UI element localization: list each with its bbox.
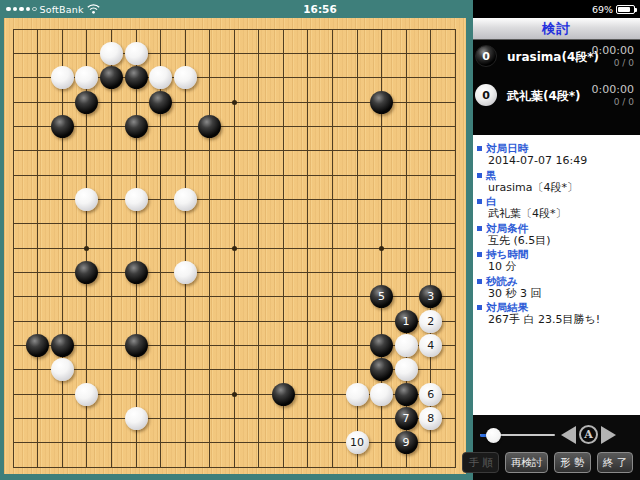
star-point (232, 246, 237, 251)
info-item: 対局日時2014-07-07 16:49 (473, 142, 640, 168)
white-stone (395, 334, 418, 357)
info-label: 対局結果 (473, 301, 640, 314)
white-stone (75, 66, 98, 89)
black-periods: 0 / 0 (592, 58, 634, 68)
white-stone (395, 358, 418, 381)
go-board[interactable]: 53124678109 (4, 18, 466, 474)
info-label: 黒 (473, 169, 640, 182)
move-slider[interactable] (480, 434, 555, 436)
white-stone-icon: 0 (475, 84, 497, 106)
review-panel: 検討 0 urasima(4段*) 0:00:00 0 / 0 0 武礼葉(4段… (473, 18, 640, 480)
exit-button[interactable]: 終 了 (597, 452, 633, 473)
black-stone-move-7: 7 (395, 407, 418, 430)
auto-play-button[interactable]: A (579, 425, 598, 444)
battery-percent-label: 69% (592, 4, 613, 15)
info-value: urasima〔4段*〕 (473, 182, 640, 195)
star-point (232, 100, 237, 105)
board-frame: 53124678109 (0, 18, 473, 480)
black-player-name: urasima(4段*) (507, 49, 599, 66)
black-stone (370, 91, 393, 114)
black-clock: 0:00:00 (592, 44, 634, 57)
black-stone (272, 383, 295, 406)
star-point (84, 246, 89, 251)
black-stone (26, 334, 49, 357)
info-value: 2014-07-07 16:49 (473, 155, 640, 168)
grid-line-h (13, 467, 456, 468)
white-stone (100, 42, 123, 65)
black-stone (198, 115, 221, 138)
white-player-name: 武礼葉(4段*) (507, 88, 581, 105)
info-label: 対局日時 (473, 142, 640, 155)
grid-line-h (13, 321, 456, 322)
white-stone-move-4: 4 (419, 334, 442, 357)
black-stone (370, 358, 393, 381)
battery-icon (616, 5, 635, 14)
black-stone (51, 115, 74, 138)
grid-line-h (13, 418, 456, 419)
black-stone-move-1: 1 (395, 310, 418, 333)
white-stone (346, 383, 369, 406)
grid-line-v (307, 29, 308, 468)
white-clock: 0:00:00 (592, 83, 634, 96)
black-stone-icon: 0 (475, 45, 497, 67)
black-stone (75, 91, 98, 114)
app-screen: SoftBank 16:56 69% 53124678109 検討 0 uras… (0, 0, 640, 480)
info-label: 持ち時間 (473, 248, 640, 261)
black-stone-move-9: 9 (395, 431, 418, 454)
grid-line-h (13, 442, 456, 443)
status-bar: SoftBank 16:56 69% (0, 0, 640, 18)
info-item: 秒読み30 秒 3 回 (473, 275, 640, 301)
panel-button-row: 手 順再検討形 勢終 了 (462, 452, 633, 473)
black-captures: 0 (482, 50, 490, 63)
players-section: 0 urasima(4段*) 0:00:00 0 / 0 0 武礼葉(4段*) … (473, 40, 640, 135)
position-estimate-button[interactable]: 形 勢 (554, 452, 590, 473)
white-stone (51, 358, 74, 381)
info-label: 対局条件 (473, 222, 640, 235)
grid-line-v (455, 29, 456, 468)
player-row-white: 0 武礼葉(4段*) 0:00:00 0 / 0 (473, 79, 640, 113)
info-value: 互先 (6.5目) (473, 235, 640, 248)
white-stone (75, 383, 98, 406)
info-item: 白武礼葉〔4段*〕 (473, 195, 640, 221)
black-stone-move-3: 3 (419, 285, 442, 308)
status-right: 69% (592, 0, 635, 18)
info-item: 持ち時間10 分 (473, 248, 640, 274)
black-stone (51, 334, 74, 357)
playback-controls: A 手 順再検討形 勢終 了 (473, 415, 640, 480)
white-stone (174, 261, 197, 284)
black-stone-move-5: 5 (370, 285, 393, 308)
white-stone (149, 66, 172, 89)
info-value: 30 秒 3 回 (473, 288, 640, 301)
white-stone (125, 407, 148, 430)
black-player-times: 0:00:00 0 / 0 (592, 44, 634, 68)
info-value: 10 分 (473, 261, 640, 274)
black-stone (100, 66, 123, 89)
white-stone (125, 42, 148, 65)
white-stone (125, 188, 148, 211)
info-item: 対局結果267手 白 23.5目勝ち! (473, 301, 640, 327)
game-info-list: 対局日時2014-07-07 16:49黒urasima〔4段*〕白武礼葉〔4段… (473, 135, 640, 415)
white-player-times: 0:00:00 0 / 0 (592, 83, 634, 107)
panel-header: 検討 (473, 18, 640, 40)
white-stone-move-10: 10 (346, 431, 369, 454)
info-value: 267手 白 23.5目勝ち! (473, 314, 640, 327)
black-stone (125, 261, 148, 284)
info-item: 対局条件互先 (6.5目) (473, 222, 640, 248)
info-value: 武礼葉〔4段*〕 (473, 208, 640, 221)
slider-row: A (473, 423, 640, 447)
black-stone (75, 261, 98, 284)
re-review-button[interactable]: 再検討 (505, 452, 549, 473)
black-stone (125, 66, 148, 89)
white-stone (51, 66, 74, 89)
black-stone (125, 115, 148, 138)
black-stone (395, 383, 418, 406)
clock-label: 16:56 (0, 0, 640, 18)
white-stone-move-2: 2 (419, 310, 442, 333)
white-stone (174, 188, 197, 211)
star-point (379, 246, 384, 251)
white-captures: 0 (482, 89, 490, 102)
white-stone (174, 66, 197, 89)
info-label: 秒読み (473, 275, 640, 288)
black-stone (370, 334, 393, 357)
player-row-black: 0 urasima(4段*) 0:00:00 0 / 0 (473, 40, 640, 74)
move-order-button: 手 順 (462, 452, 498, 473)
star-point (232, 392, 237, 397)
black-stone (149, 91, 172, 114)
next-move-button[interactable] (601, 426, 616, 444)
black-stone (125, 334, 148, 357)
white-periods: 0 / 0 (592, 97, 634, 107)
move-slider-knob[interactable] (486, 428, 501, 443)
white-stone-move-6: 6 (419, 383, 442, 406)
grid-line-v (332, 29, 333, 468)
panel-title: 検討 (542, 20, 571, 38)
white-stone-move-8: 8 (419, 407, 442, 430)
white-stone (75, 188, 98, 211)
info-item: 黒urasima〔4段*〕 (473, 169, 640, 195)
grid-line-v (258, 29, 259, 468)
white-stone (370, 383, 393, 406)
prev-move-button[interactable] (561, 426, 576, 444)
info-label: 白 (473, 195, 640, 208)
